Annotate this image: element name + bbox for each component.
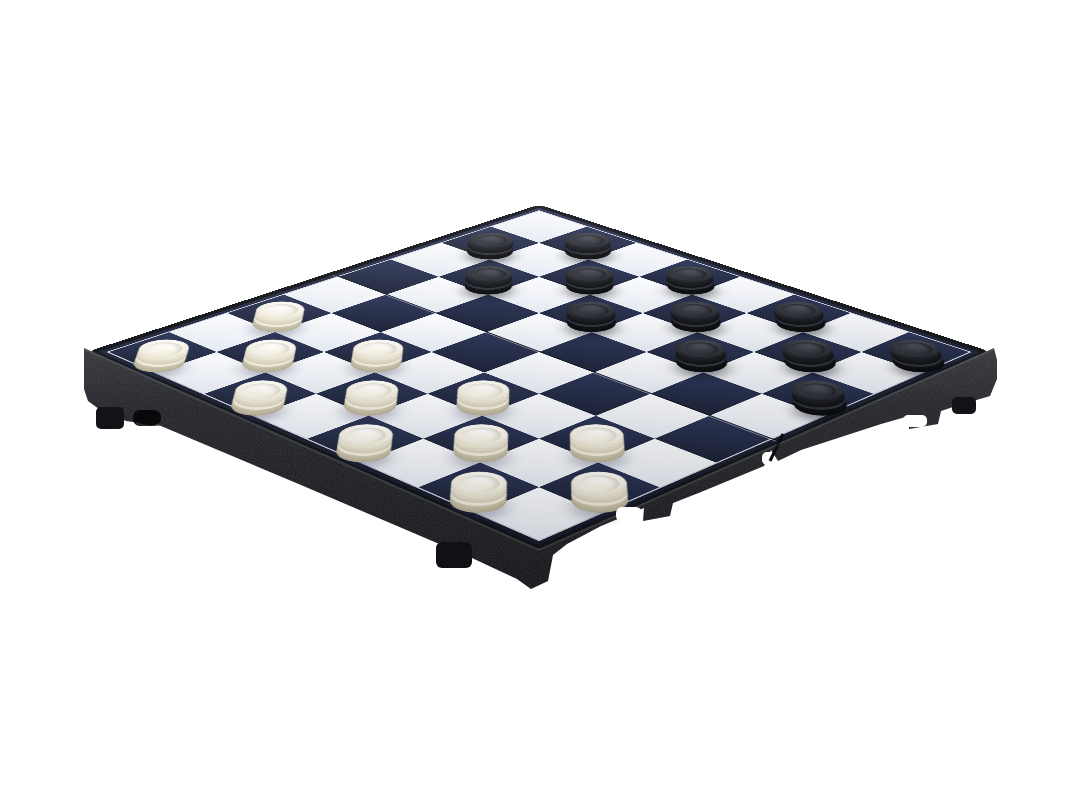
tray-hinge-gap: [762, 452, 774, 465]
product-photo-scene: [0, 0, 1067, 800]
black-man-piece: [780, 376, 853, 404]
tray-notch-left: [133, 410, 161, 426]
white-man-piece: [246, 298, 314, 323]
white-man-piece: [129, 336, 200, 362]
board-surface: [98, 208, 980, 546]
white-man-piece: [225, 376, 298, 404]
tray-foot-near: [436, 542, 472, 568]
white-man-piece: [560, 467, 639, 500]
white-man-piece: [443, 420, 519, 451]
white-man-piece: [343, 336, 414, 362]
black-man-piece: [772, 336, 843, 362]
tray-foot-right: [952, 397, 976, 414]
white-man-piece: [440, 467, 519, 500]
board-frame-rim: [86, 205, 991, 552]
black-man-piece: [459, 230, 523, 252]
black-man-piece: [557, 298, 625, 323]
tray-notch-left-lip: [136, 423, 160, 426]
black-man-piece: [656, 263, 722, 286]
black-man-piece: [660, 298, 728, 323]
checkers-board: [86, 205, 991, 552]
black-man-piece: [879, 336, 950, 362]
black-man-piece: [456, 263, 522, 286]
white-man-piece: [328, 420, 404, 451]
pieces-layer: [109, 211, 969, 540]
black-man-piece: [556, 230, 620, 252]
black-man-piece: [764, 298, 832, 323]
white-man-piece: [336, 376, 409, 404]
white-man-piece: [236, 336, 307, 362]
white-man-piece: [559, 420, 635, 451]
black-man-piece: [665, 336, 736, 362]
white-man-piece: [447, 376, 520, 404]
tray-foot-left: [96, 407, 124, 429]
black-man-piece: [556, 263, 622, 286]
tray-notch-right-gap: [903, 415, 927, 427]
